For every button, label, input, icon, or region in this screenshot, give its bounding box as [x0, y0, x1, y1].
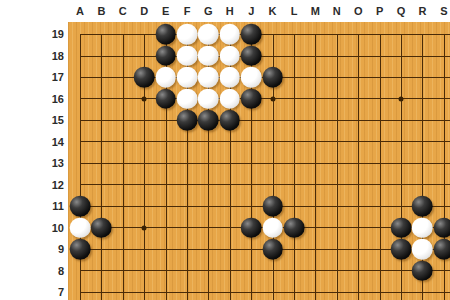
black-stone-K11[interactable] — [262, 196, 283, 217]
black-stone-J18[interactable] — [241, 45, 262, 66]
column-label-H: H — [226, 6, 234, 17]
go-board[interactable] — [68, 22, 450, 300]
star-point-D16 — [142, 96, 147, 101]
column-label-O: O — [354, 6, 363, 17]
white-stone-H17[interactable] — [220, 67, 241, 88]
row-label-7: 7 — [34, 287, 64, 298]
white-stone-E17[interactable] — [155, 67, 176, 88]
go-diagram: ABCDEFGHJKLMNOPQRS 191817161514131211109… — [0, 0, 450, 300]
row-label-18: 18 — [34, 50, 64, 61]
column-label-A: A — [76, 6, 84, 17]
star-point-K16 — [270, 96, 275, 101]
row-label-10: 10 — [34, 222, 64, 233]
white-stone-G17[interactable] — [198, 67, 219, 88]
column-label-J: J — [248, 6, 254, 17]
star-point-Q16 — [399, 96, 404, 101]
white-stone-G16[interactable] — [198, 88, 219, 109]
row-label-14: 14 — [34, 136, 64, 147]
black-stone-S9[interactable] — [434, 239, 450, 260]
black-stone-G15[interactable] — [198, 110, 219, 131]
row-label-8: 8 — [34, 265, 64, 276]
white-stone-R9[interactable] — [412, 239, 433, 260]
column-label-S: S — [440, 6, 447, 17]
white-stone-H19[interactable] — [220, 24, 241, 45]
column-label-M: M — [311, 6, 320, 17]
white-stone-F19[interactable] — [177, 24, 198, 45]
column-label-Q: Q — [397, 6, 406, 17]
row-label-13: 13 — [34, 158, 64, 169]
black-stone-S10[interactable] — [434, 217, 450, 238]
white-stone-F16[interactable] — [177, 88, 198, 109]
row-label-9: 9 — [34, 244, 64, 255]
black-stone-D17[interactable] — [134, 67, 155, 88]
column-label-F: F — [184, 6, 191, 17]
column-label-K: K — [269, 6, 277, 17]
black-stone-A11[interactable] — [70, 196, 91, 217]
black-stone-Q9[interactable] — [391, 239, 412, 260]
white-stone-R10[interactable] — [412, 217, 433, 238]
black-stone-K9[interactable] — [262, 239, 283, 260]
black-stone-K17[interactable] — [262, 67, 283, 88]
row-label-15: 15 — [34, 115, 64, 126]
white-stone-H18[interactable] — [220, 45, 241, 66]
white-stone-G19[interactable] — [198, 24, 219, 45]
black-stone-L10[interactable] — [284, 217, 305, 238]
row-label-17: 17 — [34, 72, 64, 83]
black-stone-A9[interactable] — [70, 239, 91, 260]
black-stone-B10[interactable] — [91, 217, 112, 238]
black-stone-J10[interactable] — [241, 217, 262, 238]
column-label-L: L — [291, 6, 298, 17]
column-label-D: D — [140, 6, 148, 17]
black-stone-F15[interactable] — [177, 110, 198, 131]
row-label-16: 16 — [34, 93, 64, 104]
white-stone-H16[interactable] — [220, 88, 241, 109]
black-stone-J16[interactable] — [241, 88, 262, 109]
black-stone-E19[interactable] — [155, 24, 176, 45]
column-label-B: B — [97, 6, 105, 17]
black-stone-R8[interactable] — [412, 260, 433, 281]
column-label-N: N — [333, 6, 341, 17]
column-label-E: E — [162, 6, 169, 17]
white-stone-K10[interactable] — [262, 217, 283, 238]
white-stone-J17[interactable] — [241, 67, 262, 88]
black-stone-H15[interactable] — [220, 110, 241, 131]
black-stone-E16[interactable] — [155, 88, 176, 109]
black-stone-Q10[interactable] — [391, 217, 412, 238]
star-point-D10 — [142, 225, 147, 230]
column-label-P: P — [376, 6, 383, 17]
column-label-R: R — [418, 6, 426, 17]
row-label-19: 19 — [34, 29, 64, 40]
white-stone-A10[interactable] — [70, 217, 91, 238]
row-label-12: 12 — [34, 179, 64, 190]
row-label-11: 11 — [34, 201, 64, 212]
white-stone-G18[interactable] — [198, 45, 219, 66]
white-stone-F18[interactable] — [177, 45, 198, 66]
black-stone-J19[interactable] — [241, 24, 262, 45]
column-label-C: C — [119, 6, 127, 17]
black-stone-E18[interactable] — [155, 45, 176, 66]
black-stone-R11[interactable] — [412, 196, 433, 217]
white-stone-F17[interactable] — [177, 67, 198, 88]
column-label-G: G — [204, 6, 213, 17]
